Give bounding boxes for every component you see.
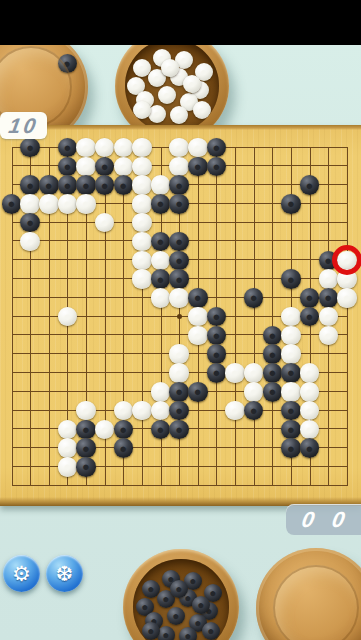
bowl-black-stone: ●: [142, 622, 160, 640]
black-stone: ●: [188, 288, 208, 308]
white-stone: ●: [132, 175, 152, 195]
white-stone: ●: [114, 401, 134, 421]
white-stone: ●: [58, 194, 78, 214]
capture-counter-bottom-right-value: 0 0: [299, 507, 352, 533]
bowl-white-stone: ●: [158, 86, 176, 104]
black-stone: ●: [207, 326, 227, 346]
black-stone: ●: [114, 420, 134, 440]
black-stone: ●: [76, 420, 96, 440]
black-stone: ●: [281, 269, 301, 289]
white-stone: ●: [151, 401, 171, 421]
black-stone: ●: [169, 232, 189, 252]
captured-black-stone: ●: [58, 54, 77, 73]
white-stone: ●: [281, 307, 301, 327]
black-stone: ●: [114, 175, 134, 195]
black-stone: ●: [281, 194, 301, 214]
black-stone: ●: [58, 157, 78, 177]
white-stone: ●: [300, 382, 320, 402]
bowl-black-stone: ●: [179, 627, 197, 640]
white-stone: ●: [244, 382, 264, 402]
capture-counter-bottom-right: 0 0: [286, 504, 361, 535]
white-stone: ●: [132, 157, 152, 177]
black-stone: ●: [207, 344, 227, 364]
white-stone: ●: [225, 401, 245, 421]
white-stone: ●: [225, 363, 245, 383]
black-stone: ●: [281, 420, 301, 440]
white-stone: ●: [300, 401, 320, 421]
white-stone: ●: [151, 175, 171, 195]
white-stone: ●: [39, 194, 59, 214]
white-stone: ●: [76, 194, 96, 214]
last-move-marker: [332, 245, 361, 275]
white-stone: ●: [20, 232, 40, 252]
black-stone: ●: [169, 401, 189, 421]
bowl-white-stone: ●: [193, 101, 211, 119]
white-stone: ●: [95, 213, 115, 233]
black-stone: ●: [281, 438, 301, 458]
white-stone: ●: [319, 307, 339, 327]
white-stone: ●: [151, 382, 171, 402]
black-stone: ●: [188, 382, 208, 402]
white-stone: ●: [300, 363, 320, 383]
gear-icon: ⚙: [12, 562, 31, 586]
bowl-white-stone: ●: [161, 59, 179, 77]
bowl-black-stone: ●: [170, 580, 188, 598]
black-stone: ●: [281, 363, 301, 383]
settings-button[interactable]: ⚙: [3, 555, 40, 592]
white-stone: ●: [20, 194, 40, 214]
white-stone: ●: [132, 213, 152, 233]
black-stone: ●: [263, 363, 283, 383]
black-stone: ●: [151, 269, 171, 289]
white-stone: ●: [281, 344, 301, 364]
hint-button[interactable]: ❆: [46, 555, 83, 592]
capture-counter-top-left-value: 10: [7, 114, 41, 138]
white-stone: ●: [169, 288, 189, 308]
black-stone: ●: [58, 138, 78, 158]
black-stone: ●: [300, 175, 320, 195]
black-stone: ●: [207, 363, 227, 383]
white-stone: ●: [132, 401, 152, 421]
white-stone: ●: [76, 157, 96, 177]
white-stone: ●: [132, 232, 152, 252]
black-stone: ●: [207, 157, 227, 177]
black-stone: ●: [169, 251, 189, 271]
white-stone: ●: [58, 457, 78, 477]
black-stone: ●: [151, 194, 171, 214]
white-stone-bowl-interior: ●●●●●●●●●●●●●●●●●: [125, 39, 218, 132]
black-stone: ●: [263, 344, 283, 364]
black-stone: ●: [300, 307, 320, 327]
black-stone: ●: [319, 288, 339, 308]
grid-line-horizontal: [12, 222, 348, 223]
white-stone: ●: [281, 326, 301, 346]
black-stone: ●: [169, 420, 189, 440]
star-point: [177, 314, 182, 319]
black-stone: ●: [151, 232, 171, 252]
black-stone: ●: [20, 138, 40, 158]
white-stone: ●: [132, 251, 152, 271]
white-stone: ●: [114, 138, 134, 158]
white-stone: ●: [188, 138, 208, 158]
white-stone: ●: [244, 363, 264, 383]
black-stone: ●: [300, 288, 320, 308]
black-stone: ●: [281, 401, 301, 421]
white-stone: ●: [169, 344, 189, 364]
black-stone: ●: [244, 401, 264, 421]
black-stone: ●: [188, 157, 208, 177]
white-stone: ●: [281, 382, 301, 402]
black-stone: ●: [39, 175, 59, 195]
black-stone: ●: [169, 382, 189, 402]
black-stone: ●: [300, 438, 320, 458]
white-stone: ●: [76, 138, 96, 158]
white-stone: ●: [151, 288, 171, 308]
black-stone: ●: [207, 307, 227, 327]
black-stone: ●: [95, 157, 115, 177]
black-stone: ●: [58, 175, 78, 195]
white-stone: ●: [169, 157, 189, 177]
white-stone: ●: [132, 269, 152, 289]
white-stone: ●: [95, 420, 115, 440]
white-stone: ●: [169, 363, 189, 383]
bowl-white-stone: ●: [170, 106, 188, 124]
black-stone: ●: [20, 175, 40, 195]
white-stone: ●: [58, 438, 78, 458]
black-stone: ●: [169, 269, 189, 289]
white-stone: ●: [300, 420, 320, 440]
white-stone: ●: [114, 157, 134, 177]
white-stone: ●: [319, 326, 339, 346]
black-stone: ●: [207, 138, 227, 158]
status-bar: [0, 0, 361, 45]
bowl-black-stone: ●: [167, 607, 185, 625]
black-stone-bowl-interior: ●●●●●●●●●●●●●●●●●: [133, 559, 228, 640]
black-stone: ●: [76, 438, 96, 458]
white-stone: ●: [169, 138, 189, 158]
bowl-black-stone: ●: [202, 622, 220, 640]
white-stone: ●: [132, 194, 152, 214]
white-stone: ●: [319, 269, 339, 289]
black-stone: ●: [2, 194, 22, 214]
black-stone: ●: [20, 213, 40, 233]
black-stone: ●: [151, 420, 171, 440]
black-stone: ●: [263, 382, 283, 402]
white-stone: ●: [188, 307, 208, 327]
bowl-white-stone: ●: [133, 101, 151, 119]
white-stone: ●: [58, 307, 78, 327]
white-stone: ●: [132, 138, 152, 158]
board-top-edge: [0, 125, 361, 130]
go-board[interactable]: ●●●●●●●●●●●●●●●●●●●●●●●●●●●●●●●●●●●●●●●●…: [0, 125, 361, 506]
black-stone: ●: [263, 326, 283, 346]
bowl-black-stone: ●: [192, 596, 210, 614]
black-stone: ●: [76, 175, 96, 195]
capture-counter-top-left: 10: [0, 112, 47, 139]
white-stone: ●: [76, 401, 96, 421]
grid-line-horizontal: [12, 485, 348, 486]
white-stone: ●: [151, 251, 171, 271]
black-stone: ●: [76, 457, 96, 477]
black-stone: ●: [244, 288, 264, 308]
white-stone: ●: [95, 138, 115, 158]
snowflake-icon: ❆: [56, 562, 74, 586]
black-stone: ●: [169, 194, 189, 214]
black-stone: ●: [114, 438, 134, 458]
white-stone: ●: [188, 326, 208, 346]
black-stone: ●: [95, 175, 115, 195]
black-stone: ●: [169, 175, 189, 195]
white-stone: ●: [337, 288, 357, 308]
white-stone: ●: [58, 420, 78, 440]
bowl-white-stone: ●: [183, 75, 201, 93]
